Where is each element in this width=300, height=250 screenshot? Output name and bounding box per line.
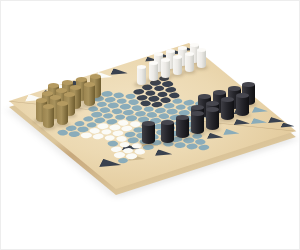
peg-body: [173, 57, 182, 75]
peg-body: [221, 100, 234, 120]
peg-body: [161, 60, 170, 78]
star-hole[interactable]: [197, 144, 211, 151]
peg-white[interactable]: [149, 61, 158, 81]
peg-top: [190, 43, 199, 47]
peg-body: [43, 106, 54, 128]
decor-triangle: [252, 107, 270, 115]
peg-top: [43, 104, 54, 109]
peg-body: [57, 103, 68, 125]
peg-top: [64, 92, 75, 97]
decor-triangle: [223, 129, 241, 137]
peg-body: [206, 110, 219, 130]
decor-triangle: [110, 68, 129, 76]
peg-top: [90, 74, 101, 79]
peg-white[interactable]: [197, 48, 206, 68]
peg-black[interactable]: [176, 115, 189, 138]
product-photo-canvas: [0, 0, 300, 250]
peg-top: [36, 98, 47, 103]
peg-body: [176, 118, 189, 138]
peg-top: [48, 83, 59, 88]
decor-triangle: [155, 149, 174, 157]
peg-body: [191, 114, 204, 134]
peg-body: [149, 63, 158, 81]
peg-white[interactable]: [137, 65, 146, 85]
peg-top: [70, 85, 81, 90]
peg-body: [137, 67, 146, 85]
peg-top: [197, 48, 206, 52]
peg-top: [161, 58, 170, 62]
peg-top: [185, 52, 194, 56]
peg-top: [173, 55, 182, 59]
peg-top: [178, 46, 187, 50]
peg-body: [197, 50, 206, 68]
decor-triangle: [280, 122, 295, 129]
peg-top: [149, 61, 158, 65]
peg-top: [137, 65, 146, 69]
peg-body: [236, 96, 249, 116]
peg-white[interactable]: [173, 55, 182, 75]
peg-gold[interactable]: [57, 101, 68, 125]
peg-top: [50, 95, 61, 100]
peg-top: [76, 77, 87, 82]
decor-triangle: [207, 133, 225, 141]
peg-gold[interactable]: [43, 104, 54, 128]
peg-black[interactable]: [206, 107, 219, 130]
peg-body: [185, 54, 194, 72]
peg-top: [154, 52, 163, 56]
peg-white[interactable]: [185, 52, 194, 72]
peg-body: [142, 124, 155, 144]
peg-body: [84, 84, 95, 106]
peg-black[interactable]: [191, 111, 204, 134]
peg-top: [84, 82, 95, 87]
peg-top: [166, 49, 175, 53]
peg-black[interactable]: [142, 121, 155, 144]
peg-body: [161, 123, 174, 143]
peg-white[interactable]: [161, 58, 170, 78]
peg-black[interactable]: [221, 97, 234, 120]
peg-top: [62, 80, 73, 85]
decor-triangle: [251, 118, 269, 126]
peg-gold[interactable]: [84, 82, 95, 106]
peg-top: [57, 101, 68, 106]
peg-black[interactable]: [236, 93, 249, 116]
peg-black[interactable]: [161, 120, 174, 143]
